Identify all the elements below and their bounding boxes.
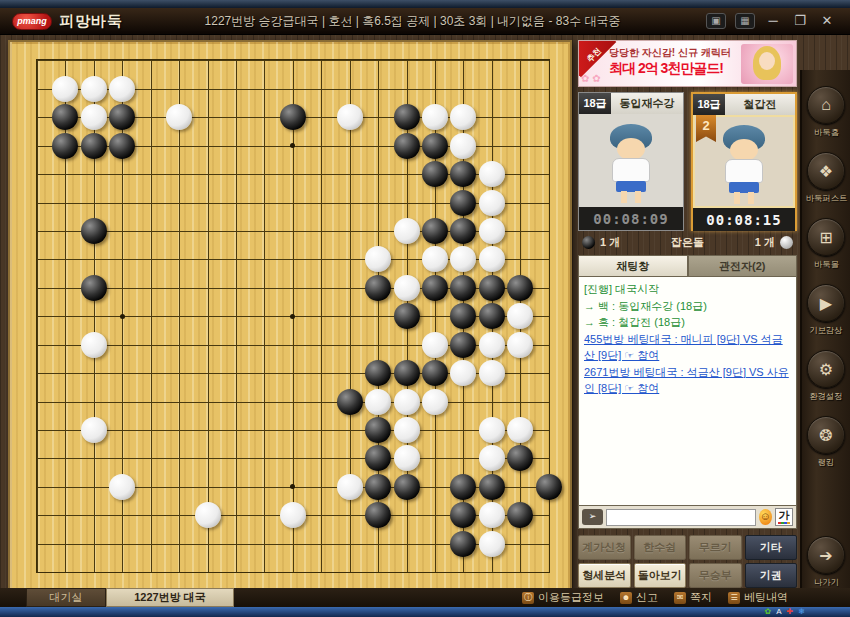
바둑퍼스트-icon: ❖ [807,152,845,190]
bottom-button-신고[interactable]: ☻신고 [620,590,658,605]
black-stone [507,275,533,301]
ad-flower-decoration: ✿ ✿ [581,73,601,84]
sidebar-item-label: 랭킹 [818,457,835,469]
black-player-card: 18급 철갑전 2 00:08:15 [691,92,797,231]
쪽지-icon: ✉ [674,592,686,604]
black-stone [422,218,448,244]
right-panel: 추천 당당한 자신감! 신규 캐릭터 최대 2억 3천만골드! ✿ ✿ 18급 … [578,40,797,588]
black-stone [365,417,391,443]
title-bar: pmang 피망바둑 1227번방 승강급대국 | 호선 | 흑6.5집 공제 … [0,8,850,35]
랭킹-icon: ❂ [807,416,845,454]
os-taskbar: ✿A✚❄ [0,607,850,617]
chat-tab-채팅창[interactable]: 채팅창 [578,255,688,276]
bottom-button-쪽지[interactable]: ✉쪽지 [674,590,712,605]
sidebar-item-바둑퍼스트[interactable]: ❖바둑퍼스트 [804,152,849,205]
black-stone [394,360,420,386]
sidebar-item-바둑홈[interactable]: ⌂바둑홈 [807,86,845,139]
system-tray[interactable]: ✿A✚❄ [765,607,805,617]
action-button-형세분석[interactable]: 형세분석 [578,563,631,588]
chat-tab-관전자(2)[interactable]: 관전자(2) [688,255,798,276]
black-stone [536,474,562,500]
bottom-button-label: 이용등급정보 [538,590,604,605]
white-stone [337,474,363,500]
white-stone [280,502,306,528]
app-window: pmang 피망바둑 1227번방 승강급대국 | 호선 | 흑6.5집 공제 … [0,0,850,617]
tray-icon[interactable]: ❄ [798,607,805,617]
black-stone [394,303,420,329]
white-player-card: 18급 동입재수강 00:08:09 [578,92,684,231]
기보감상-icon: ▶ [807,284,845,322]
app-name: 피망바둑 [59,12,123,31]
room-tab-1227번방 대국[interactable]: 1227번방 대국 [106,588,234,607]
white-stone-icon [780,236,793,249]
game-status-line: [진행] 대국시작 [584,281,791,298]
바둑몰-icon: ⊞ [807,218,845,256]
white-stone [81,332,107,358]
window-top-strip [0,0,850,8]
black-rank-badge: 18급 [693,94,725,115]
capture-icon[interactable]: ▣ [706,13,726,29]
action-button-돌아보기[interactable]: 돌아보기 [634,563,687,588]
신고-icon: ☻ [620,592,632,604]
black-captures-count: 1 개 [755,235,775,250]
black-stone [422,275,448,301]
white-stone [479,502,505,528]
bottom-button-베팅내역[interactable]: ☰베팅내역 [728,590,788,605]
white-stone [109,76,135,102]
black-stone [479,474,505,500]
black-stone [365,474,391,500]
white-stone [479,218,505,244]
white-stone [394,218,420,244]
action-button-한수쉼: 한수쉼 [634,535,687,560]
black-stone [81,133,107,159]
tray-icon[interactable]: ✿ [765,607,772,617]
white-stone [394,275,420,301]
action-button-계가신청: 계가신청 [578,535,631,560]
action-button-무승부: 무승부 [689,563,742,588]
black-stone [450,531,476,557]
black-stone [450,332,476,358]
black-stone [450,190,476,216]
chat-input[interactable] [606,509,756,526]
white-stone [109,474,135,500]
black-stone [479,275,505,301]
white-captures-count: 1 개 [600,235,620,250]
star-point [120,314,125,319]
sidebar-nav: ⌂바둑홈❖바둑퍼스트⊞바둑몰▶기보감상⚙환경설정❂랭킹➔나가기 [800,70,850,617]
bottom-button-label: 쪽지 [690,590,712,605]
white-avatar [579,114,683,207]
white-stone [195,502,221,528]
white-stone [507,332,533,358]
sidebar-item-label: 기보감상 [809,325,842,337]
sidebar-item-환경설정[interactable]: ⚙환경설정 [807,350,845,403]
captured-stones-bar: 1 개 잡은돌 1 개 [578,233,797,251]
white-rank-badge: 18급 [579,93,611,114]
black-player-name: 철갑전 [725,94,795,115]
환경설정-icon: ⚙ [807,350,845,388]
black-stone-icon [582,236,595,249]
white-stone [337,104,363,130]
black-stone [422,360,448,386]
black-stone [394,104,420,130]
white-stone [81,417,107,443]
sidebar-item-label: 환경설정 [809,391,842,403]
layout-grid-icon[interactable]: ▦ [735,13,755,29]
bottom-button-label: 베팅내역 [744,590,788,605]
betting-game-link[interactable]: 455번방 베팅대국 : 매니피 [9단] VS 석금산 [9단] ☞ 참여 [584,331,791,364]
sidebar-item-바둑몰[interactable]: ⊞바둑몰 [807,218,845,271]
action-button-무르기: 무르기 [689,535,742,560]
pmang-logo: pmang [12,13,52,30]
black-avatar: 2 [693,115,795,208]
black-stone [109,133,135,159]
white-stone [479,332,505,358]
black-stone [422,133,448,159]
sidebar-item-랭킹[interactable]: ❂랭킹 [807,416,845,469]
tray-icon[interactable]: A [776,607,781,617]
ad-line1: 당당한 자신감! 신규 캐릭터 [609,46,731,60]
나가기-icon: ➔ [807,536,845,574]
sidebar-item-label: 바둑홈 [814,127,839,139]
베팅내역-icon: ☰ [728,592,740,604]
minimize-button[interactable]: ─ [764,13,782,29]
sidebar-item-기보감상[interactable]: ▶기보감상 [807,284,845,337]
black-stone [280,104,306,130]
sidebar-item-label: 바둑퍼스트 [805,193,846,205]
main-area: 추천 당당한 자신감! 신규 캐릭터 최대 2억 3천만골드! ✿ ✿ 18급 … [0,35,850,588]
black-stone [337,389,363,415]
바둑홈-icon: ⌂ [807,86,845,124]
black-stone [81,218,107,244]
sidebar-item-label: 나가기 [814,577,839,589]
game-room-title: 1227번방 승강급대국 | 호선 | 흑6.5집 공제 | 30초 3회 | … [205,13,621,30]
game-status-line: → 흑 : 철갑전 (18급) [584,314,791,331]
white-stone [394,445,420,471]
sidebar-item-나가기[interactable]: ➔나가기 [807,536,845,589]
go-board[interactable] [8,40,572,596]
betting-game-link[interactable]: 2671번방 베팅대국 : 석금산 [9단] VS 사유인 [8단] ☞ 참여 [584,364,791,397]
white-stone [479,360,505,386]
black-stone [479,303,505,329]
emoji-icon[interactable]: ☺ [759,509,772,525]
room-tab-대기실[interactable]: 대기실 [26,588,106,607]
white-stone [479,161,505,187]
chat-bubble-icon[interactable]: ➢ [582,509,603,525]
white-stone [422,332,448,358]
white-stone [422,389,448,415]
이용등급정보-icon: ⓘ [522,592,534,604]
bottom-button-label: 신고 [636,590,658,605]
font-color-button[interactable]: 가 [775,508,793,526]
black-stone [81,275,107,301]
sidebar-item-label: 바둑몰 [814,259,839,271]
chat-log: [진행] 대국시작→ 백 : 동입재수강 (18급)→ 흑 : 철갑전 (18급… [578,276,797,506]
action-button-기타[interactable]: 기타 [745,535,798,560]
tray-icon[interactable]: ✚ [787,607,794,617]
ad-banner[interactable]: 추천 당당한 자신감! 신규 캐릭터 최대 2억 3천만골드! ✿ ✿ [578,40,797,87]
maximize-button[interactable]: ❐ [791,13,809,29]
white-stone [365,389,391,415]
win-streak-badge: 2 [696,115,716,142]
black-stone [422,161,448,187]
bottom-bar: 대기실1227번방 대국 ⓘ이용등급정보☻신고✉쪽지☰베팅내역 [0,588,850,607]
black-timer: 00:08:15 [693,208,795,231]
white-timer: 00:08:09 [579,207,683,230]
ad-line2: 최대 2억 3천만골드! [609,60,731,78]
bottom-button-이용등급정보[interactable]: ⓘ이용등급정보 [522,590,604,605]
game-status-line: → 백 : 동입재수강 (18급) [584,298,791,315]
white-player-name: 동입재수강 [611,93,683,114]
black-stone [365,275,391,301]
close-button[interactable]: ✕ [818,13,836,29]
white-stone [394,389,420,415]
action-button-기권[interactable]: 기권 [745,563,798,588]
white-stone [81,76,107,102]
white-stone [394,417,420,443]
black-stone [394,133,420,159]
black-stone [52,133,78,159]
white-stone [81,104,107,130]
captured-label: 잡은돌 [620,235,755,250]
white-stone [479,531,505,557]
black-stone [394,474,420,500]
white-stone [450,133,476,159]
chat-input-row: ➢ ☺ 가 [578,506,797,529]
ad-character-image [741,44,793,84]
white-stone [479,190,505,216]
white-stone [479,417,505,443]
